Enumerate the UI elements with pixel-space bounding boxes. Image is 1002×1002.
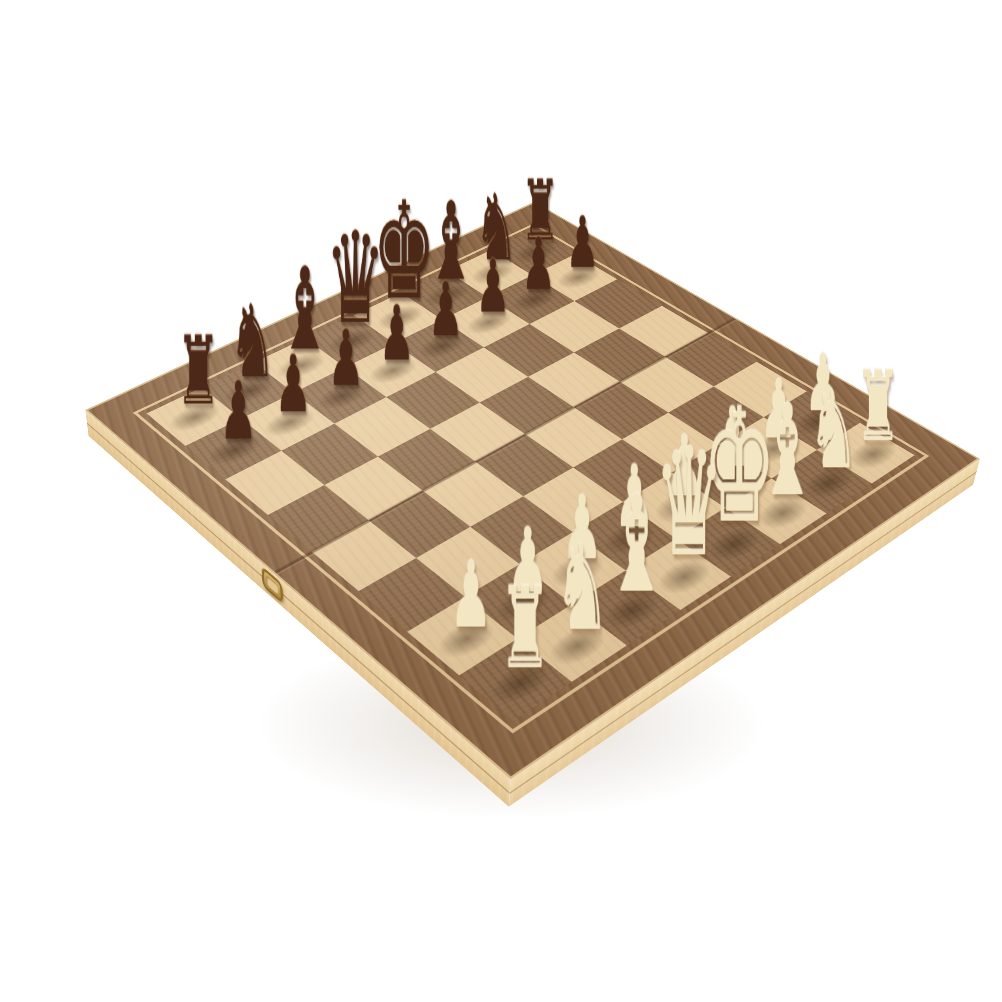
square-e3[interactable] (573, 439, 672, 502)
square-b2[interactable] (465, 564, 572, 638)
square-f2[interactable] (672, 445, 772, 508)
square-a4[interactable] (312, 521, 416, 591)
square-d2[interactable] (572, 502, 675, 570)
square-e1[interactable] (676, 508, 780, 577)
brass-clasp-hole (266, 575, 278, 595)
square-e2[interactable] (623, 473, 724, 539)
square-c2[interactable] (520, 532, 625, 603)
square-b4[interactable] (368, 491, 470, 558)
product-photo-scene: ♜♞♝♛♚♝♞♜♟♟♟♟♟♟♟♟♟♟♟♟♟♟♟♟♜♞♝♛♚♝♞♜ (0, 0, 1002, 1002)
square-c1[interactable] (572, 570, 680, 645)
square-a6[interactable] (225, 451, 323, 515)
square-c3[interactable] (470, 496, 572, 564)
square-c4[interactable] (423, 462, 523, 527)
square-f1[interactable] (724, 478, 826, 544)
square-d1[interactable] (625, 538, 731, 610)
square-b3[interactable] (415, 526, 519, 597)
square-a3[interactable] (358, 558, 464, 632)
square-a1[interactable] (459, 639, 571, 721)
square-d4[interactable] (475, 434, 573, 496)
square-g1[interactable] (771, 450, 871, 514)
square-d3[interactable] (522, 467, 623, 532)
square-c5[interactable] (378, 429, 475, 491)
square-b1[interactable] (517, 604, 627, 682)
square-a2[interactable] (407, 597, 516, 675)
square-a5[interactable] (267, 485, 368, 552)
square-b5[interactable] (324, 456, 423, 520)
